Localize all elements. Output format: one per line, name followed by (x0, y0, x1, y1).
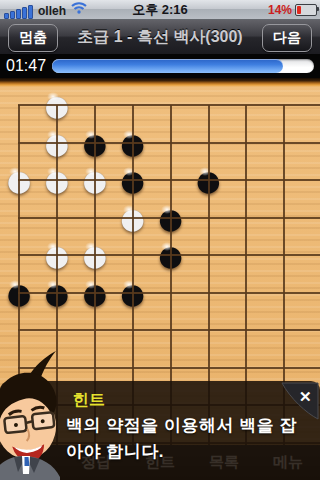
hint-text-line2: 아야 합니다. (66, 440, 164, 463)
hint-close-button[interactable]: ✕ (280, 381, 320, 421)
status-bar: olleh 오후 2:16 14% (0, 0, 320, 20)
grid-hline (18, 329, 320, 331)
stones-grid: ●●●●●●●●●●●●●●●●●● (0, 86, 303, 386)
grid-hline (18, 179, 320, 181)
timer-bar: 01:47 (0, 54, 320, 78)
next-button[interactable]: 다음 (262, 24, 312, 52)
timer-progress-track (52, 59, 314, 73)
timer-progress-fill (52, 59, 283, 73)
battery-percent-label: 14% (268, 3, 292, 17)
grid-hline (18, 104, 320, 106)
grid-hline (18, 292, 320, 294)
nav-bar: 초급 1 - 흑선 백사(300) 멈춤 다음 (0, 20, 320, 54)
battery-icon (295, 4, 317, 16)
app-screen: olleh 오후 2:16 14% 초급 1 - 흑선 백사(300) 멈춤 다… (0, 0, 320, 480)
hint-character-avatar (0, 345, 76, 480)
hint-text-line1: 백의 약점을 이용해서 백을 잡 (66, 414, 297, 437)
timer-label: 01:47 (6, 57, 46, 75)
grid-hline (18, 142, 320, 144)
grid-hline (18, 254, 320, 256)
grid-hline (18, 217, 320, 219)
pause-button[interactable]: 멈춤 (8, 24, 58, 52)
hint-popup-title: 힌트 (73, 390, 105, 411)
close-icon: ✕ (299, 388, 312, 406)
